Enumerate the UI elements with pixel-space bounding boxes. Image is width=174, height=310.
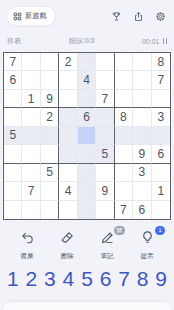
sudoku-cell-r4c1[interactable] [4, 108, 22, 126]
top-bar-actions [111, 11, 168, 22]
sudoku-cell-r2c5[interactable]: 4 [78, 71, 96, 89]
sudoku-cell-r8c9[interactable]: 1 [152, 182, 170, 200]
undo-label: 復原 [21, 252, 34, 261]
sudoku-cell-r7c1[interactable] [4, 164, 22, 182]
sudoku-cell-r2c7[interactable] [115, 71, 133, 89]
sudoku-cell-r6c3[interactable] [41, 145, 59, 163]
notes-label: 筆記 [101, 252, 114, 261]
sudoku-cell-r5c7[interactable] [115, 127, 133, 145]
tool-bar: 復原 擦除 關 筆記 1 [0, 230, 174, 261]
sudoku-cell-r9c4[interactable] [59, 201, 77, 219]
top-bar: 新遊戲 [0, 5, 174, 27]
undo-icon [20, 230, 35, 249]
numpad-4[interactable]: 4 [63, 268, 75, 289]
sudoku-cell-r9c6[interactable] [96, 201, 114, 219]
sudoku-board: 7286471972683559653749176 [3, 52, 171, 220]
sudoku-cell-r9c1[interactable] [4, 201, 22, 219]
sudoku-cell-r7c6[interactable] [96, 164, 114, 182]
sudoku-cell-r7c4[interactable] [59, 164, 77, 182]
sudoku-cell-r2c4[interactable] [59, 71, 77, 89]
sudoku-cell-r6c2[interactable] [22, 145, 40, 163]
sudoku-cell-r2c6[interactable] [96, 71, 114, 89]
sudoku-cell-r4c4[interactable] [59, 108, 77, 126]
numpad-7[interactable]: 7 [118, 268, 130, 289]
hint-button[interactable]: 1 提示 [134, 230, 160, 261]
sudoku-cell-r5c6[interactable] [96, 127, 114, 145]
sudoku-cell-r1c6[interactable] [96, 53, 114, 71]
share-icon[interactable] [133, 11, 144, 22]
sudoku-cell-r6c5[interactable] [78, 145, 96, 163]
difficulty-label: 容易 [7, 36, 21, 46]
sudoku-cell-r5c4[interactable] [59, 127, 77, 145]
sudoku-cell-r8c6[interactable]: 9 [96, 182, 114, 200]
grid-icon [13, 7, 22, 25]
sudoku-cell-r1c4[interactable]: 2 [59, 53, 77, 71]
sudoku-cell-r1c8[interactable] [133, 53, 151, 71]
timer: 00:01 [142, 38, 160, 45]
sudoku-cell-r1c1[interactable]: 7 [4, 53, 22, 71]
sudoku-cell-r8c8[interactable] [133, 182, 151, 200]
erase-button[interactable]: 擦除 [54, 230, 80, 261]
sudoku-cell-r9c5[interactable] [78, 201, 96, 219]
sudoku-cell-r3c4[interactable] [59, 90, 77, 108]
numpad-6[interactable]: 6 [100, 268, 112, 289]
notes-toggle-badge: 關 [114, 226, 126, 235]
sudoku-cell-r7c5[interactable] [78, 164, 96, 182]
sudoku-cell-r5c3[interactable] [41, 127, 59, 145]
sudoku-cell-r3c1[interactable] [4, 90, 22, 108]
numpad-5[interactable]: 5 [81, 268, 93, 289]
notes-button[interactable]: 關 筆記 [94, 230, 120, 261]
settings-icon[interactable] [155, 11, 166, 22]
sudoku-cell-r7c2[interactable] [22, 164, 40, 182]
sudoku-cell-r2c2[interactable] [22, 71, 40, 89]
hint-count-badge: 1 [155, 226, 165, 235]
sudoku-cell-r3c9[interactable] [152, 90, 170, 108]
new-game-label: 新遊戲 [25, 11, 47, 21]
sudoku-cell-r3c6[interactable]: 7 [96, 90, 114, 108]
sudoku-app: 新遊戲 [0, 0, 174, 310]
sudoku-cell-r2c9[interactable]: 7 [152, 71, 170, 89]
sudoku-cell-r9c3[interactable] [41, 201, 59, 219]
sudoku-cell-r1c7[interactable] [115, 53, 133, 71]
sudoku-cell-r6c7[interactable] [115, 145, 133, 163]
numpad-9[interactable]: 9 [155, 268, 167, 289]
status-bar: 容易 錯誤:0/3 00:01 [7, 35, 167, 47]
sudoku-cell-r9c7[interactable]: 7 [115, 201, 133, 219]
sudoku-cell-r4c2[interactable] [22, 108, 40, 126]
sudoku-cell-r2c1[interactable]: 6 [4, 71, 22, 89]
sudoku-cell-r9c9[interactable] [152, 201, 170, 219]
sudoku-cell-r3c5[interactable] [78, 90, 96, 108]
numpad-2[interactable]: 2 [26, 268, 38, 289]
sudoku-cell-r6c4[interactable] [59, 145, 77, 163]
undo-button[interactable]: 復原 [14, 230, 40, 261]
sudoku-cell-r4c6[interactable] [96, 108, 114, 126]
sudoku-cell-r5c1[interactable]: 5 [4, 127, 22, 145]
sudoku-cell-r8c5[interactable] [78, 182, 96, 200]
mistakes-counter: 錯誤:0/3 [69, 36, 95, 46]
numpad-1[interactable]: 1 [7, 268, 19, 289]
sudoku-cell-r1c5[interactable] [78, 53, 96, 71]
numpad-8[interactable]: 8 [137, 268, 149, 289]
sudoku-cell-r5c5[interactable] [78, 127, 96, 145]
sudoku-cell-r7c3[interactable]: 5 [41, 164, 59, 182]
eraser-icon [60, 230, 75, 249]
sudoku-cell-r4c5[interactable]: 6 [78, 108, 96, 126]
sudoku-cell-r1c2[interactable] [22, 53, 40, 71]
sudoku-cell-r6c8[interactable]: 9 [133, 145, 151, 163]
sudoku-cell-r3c7[interactable] [115, 90, 133, 108]
sudoku-cell-r8c1[interactable] [4, 182, 22, 200]
sudoku-cell-r4c9[interactable]: 3 [152, 108, 170, 126]
sudoku-cell-r6c1[interactable] [4, 145, 22, 163]
trophy-icon[interactable] [111, 11, 122, 22]
sudoku-cell-r8c2[interactable]: 7 [22, 182, 40, 200]
sudoku-cell-r4c3[interactable]: 2 [41, 108, 59, 126]
sudoku-cell-r7c8[interactable]: 3 [133, 164, 151, 182]
sudoku-cell-r2c8[interactable] [133, 71, 151, 89]
erase-label: 擦除 [61, 252, 74, 261]
sudoku-cell-r5c9[interactable] [152, 127, 170, 145]
lightbulb-icon [140, 230, 155, 249]
bottom-card-edge [3, 302, 171, 310]
sudoku-cell-r2c3[interactable] [41, 71, 59, 89]
sudoku-cell-r5c2[interactable] [22, 127, 40, 145]
sudoku-cell-r7c9[interactable] [152, 164, 170, 182]
sudoku-cell-r8c3[interactable] [41, 182, 59, 200]
sudoku-cell-r4c8[interactable] [133, 108, 151, 126]
number-pad: 123456789 [0, 268, 174, 289]
sudoku-cell-r6c9[interactable]: 6 [152, 145, 170, 163]
sudoku-cell-r7c7[interactable] [115, 164, 133, 182]
sudoku-cell-r8c7[interactable] [115, 182, 133, 200]
numpad-3[interactable]: 3 [44, 268, 56, 289]
sudoku-cell-r1c9[interactable]: 8 [152, 53, 170, 71]
sudoku-cell-r5c8[interactable] [133, 127, 151, 145]
pencil-icon [100, 230, 115, 249]
sudoku-cell-r6c6[interactable]: 5 [96, 145, 114, 163]
pause-icon[interactable] [163, 38, 168, 44]
sudoku-cell-r4c7[interactable]: 8 [115, 108, 133, 126]
sudoku-cell-r9c8[interactable]: 6 [133, 201, 151, 219]
sudoku-cell-r3c2[interactable]: 1 [22, 90, 40, 108]
sudoku-cell-r9c2[interactable] [22, 201, 40, 219]
sudoku-cell-r3c3[interactable]: 9 [41, 90, 59, 108]
sudoku-cell-r3c8[interactable] [133, 90, 151, 108]
new-game-button[interactable]: 新遊戲 [6, 6, 56, 26]
sudoku-cell-r1c3[interactable] [41, 53, 59, 71]
sudoku-cell-r8c4[interactable]: 4 [59, 182, 77, 200]
hint-label: 提示 [141, 252, 154, 261]
